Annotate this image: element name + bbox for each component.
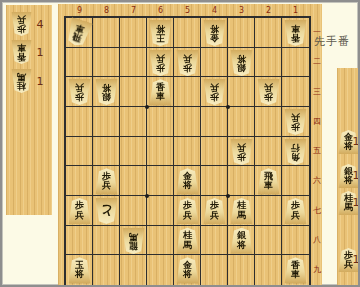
piece-kanji: 馬: [17, 72, 26, 82]
piece-kanji: 角: [291, 152, 300, 162]
rank-label: 四: [311, 117, 323, 127]
piece-kanji: 馬: [129, 231, 138, 241]
board-cell[interactable]: [255, 137, 282, 167]
piece-kanji: 歩: [264, 92, 273, 102]
board-cell[interactable]: [228, 166, 255, 196]
file-label: 4: [201, 6, 228, 16]
board-cell[interactable]: [120, 77, 147, 107]
board-cell[interactable]: [66, 166, 93, 196]
file-label: 7: [120, 6, 147, 16]
piece-kanji: 兵: [156, 53, 165, 63]
rank-label: 六: [311, 176, 323, 186]
board-cell[interactable]: [201, 166, 228, 196]
piece-kanji: 将: [183, 181, 192, 191]
rank-label: 八: [311, 235, 323, 245]
board-cell[interactable]: [120, 48, 147, 78]
board-cell[interactable]: [93, 255, 120, 285]
piece-kanji: 行: [291, 142, 300, 152]
board-cell[interactable]: [228, 107, 255, 137]
piece-kanji: 車: [291, 270, 300, 280]
gote-hand-count: 4: [33, 18, 47, 31]
board-cell[interactable]: [174, 137, 201, 167]
gote-hand-count: 1: [33, 75, 47, 88]
piece-kanji: 歩: [183, 63, 192, 73]
shogi-app-window: 先手番 987654321一二三四五六七八九飛車王将金将香車歩兵歩兵銀将歩兵銀将…: [0, 0, 360, 287]
board-cell[interactable]: [228, 18, 255, 48]
rank-label: 一: [311, 28, 323, 38]
board-cell[interactable]: [93, 137, 120, 167]
board-cell[interactable]: [201, 48, 228, 78]
board-cell[interactable]: [66, 107, 93, 137]
board-cell[interactable]: [93, 226, 120, 256]
board-cell[interactable]: [282, 48, 309, 78]
piece-kanji: 兵: [210, 83, 219, 93]
board-cell[interactable]: [255, 48, 282, 78]
board-cell[interactable]: [120, 18, 147, 48]
piece-kanji: 銀: [102, 92, 111, 102]
board-cell[interactable]: [66, 226, 93, 256]
board-cell[interactable]: [174, 18, 201, 48]
sente-hand-count: 1: [349, 253, 360, 266]
board-cell[interactable]: [93, 48, 120, 78]
star-point: [145, 105, 149, 109]
piece-kanji: 香: [17, 52, 26, 62]
star-point: [145, 194, 149, 198]
sente-hand-count: 1: [349, 169, 360, 182]
piece-kanji: 兵: [102, 181, 111, 191]
star-point: [226, 194, 230, 198]
piece-kanji: 車: [291, 24, 300, 34]
piece-kanji: 桂: [17, 81, 26, 91]
piece-kanji: 車: [17, 43, 26, 53]
rank-label: 九: [311, 265, 323, 275]
piece-kanji: 香: [291, 33, 300, 43]
rank-label: 五: [311, 146, 323, 156]
sente-hand-count: 1: [349, 196, 360, 209]
piece-kanji: 金: [210, 33, 219, 43]
piece-kanji: 将: [183, 270, 192, 280]
file-label: 8: [93, 6, 120, 16]
board-cell[interactable]: [201, 255, 228, 285]
file-label: 3: [228, 6, 255, 16]
gote-hand-count: 1: [33, 46, 47, 59]
board-cell[interactable]: [255, 18, 282, 48]
board-cell[interactable]: [120, 137, 147, 167]
gote-hand-tray: [6, 5, 52, 215]
piece-kanji: 車: [264, 181, 273, 191]
piece-kanji: 歩: [17, 24, 26, 34]
piece-kanji: 将: [210, 24, 219, 34]
piece-kanji: 歩: [75, 92, 84, 102]
board-cell[interactable]: [255, 255, 282, 285]
piece-kanji: 車: [156, 92, 165, 102]
piece-kanji: と: [100, 204, 113, 218]
board-cell[interactable]: [147, 226, 174, 256]
piece-kanji: 兵: [183, 211, 192, 221]
piece-kanji: 兵: [75, 83, 84, 93]
piece-kanji: 兵: [210, 211, 219, 221]
file-label: 6: [147, 6, 174, 16]
file-label: 2: [255, 6, 282, 16]
piece-kanji: 歩: [156, 63, 165, 73]
piece-kanji: 車: [74, 22, 85, 34]
piece-kanji: 将: [102, 83, 111, 93]
piece-kanji: 銀: [237, 63, 246, 73]
rank-label: 七: [311, 206, 323, 216]
board-cell[interactable]: [66, 137, 93, 167]
piece-kanji: 歩: [210, 92, 219, 102]
piece-kanji: 兵: [17, 15, 26, 25]
board-cell[interactable]: [93, 107, 120, 137]
rank-label: 二: [311, 57, 323, 67]
board-cell[interactable]: [147, 166, 174, 196]
board-cell[interactable]: [66, 48, 93, 78]
board-cell[interactable]: [201, 137, 228, 167]
board-cell[interactable]: [255, 196, 282, 226]
board-cell[interactable]: [120, 107, 147, 137]
board-cell[interactable]: [174, 77, 201, 107]
piece-kanji: 兵: [291, 211, 300, 221]
board-cell[interactable]: [147, 196, 174, 226]
board-cell[interactable]: [120, 196, 147, 226]
board-cell[interactable]: [201, 226, 228, 256]
board-cell[interactable]: [228, 77, 255, 107]
board-cell[interactable]: [255, 226, 282, 256]
board-cell[interactable]: [282, 166, 309, 196]
piece-kanji: 歩: [291, 122, 300, 132]
piece-kanji: 将: [75, 270, 84, 280]
piece-kanji: 兵: [264, 83, 273, 93]
board-cell[interactable]: [93, 18, 120, 48]
piece-kanji: 兵: [291, 112, 300, 122]
board-cell[interactable]: [120, 166, 147, 196]
piece-kanji: 王: [156, 33, 165, 43]
piece-kanji: 歩: [237, 152, 246, 162]
piece-kanji: 将: [237, 53, 246, 63]
file-label: 9: [66, 6, 93, 16]
piece-kanji: 将: [237, 241, 246, 251]
star-point: [226, 105, 230, 109]
piece-kanji: 馬: [237, 211, 246, 221]
piece-kanji: 兵: [183, 53, 192, 63]
board-cell[interactable]: [147, 137, 174, 167]
board-cell[interactable]: [174, 107, 201, 137]
piece-kanji: 龍: [129, 241, 138, 251]
piece-kanji: 兵: [237, 142, 246, 152]
board-cell[interactable]: [147, 107, 174, 137]
board-cell[interactable]: [228, 255, 255, 285]
piece-kanji: 将: [156, 24, 165, 34]
board-cell[interactable]: [282, 226, 309, 256]
board-cell[interactable]: [147, 255, 174, 285]
board-cell[interactable]: [255, 107, 282, 137]
board-cell[interactable]: [201, 107, 228, 137]
piece-kanji: 兵: [75, 211, 84, 221]
file-label: 1: [282, 6, 309, 16]
rank-label: 三: [311, 87, 323, 97]
board-cell[interactable]: [120, 255, 147, 285]
piece-kanji: 馬: [183, 241, 192, 251]
file-label: 5: [174, 6, 201, 16]
board-cell[interactable]: [282, 77, 309, 107]
sente-hand-count: 1: [349, 135, 360, 148]
